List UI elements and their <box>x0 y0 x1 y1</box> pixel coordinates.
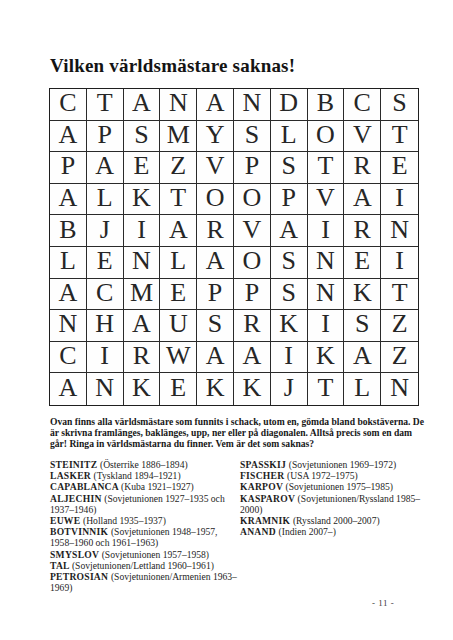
champion-entry-aljechin: ALJECHIN (Sovjetunionen 1927–1935 och 19… <box>50 493 240 515</box>
grid-cell-r5c9[interactable]: R <box>344 215 381 247</box>
grid-cell-r7c10[interactable]: T <box>381 279 418 311</box>
grid-cell-r6c1[interactable]: L <box>50 247 87 279</box>
grid-cell-r1c4[interactable]: N <box>160 89 197 121</box>
grid-cell-r8c4[interactable]: U <box>160 310 197 342</box>
grid-cell-r6c5[interactable]: A <box>197 247 234 279</box>
grid-cell-r1c1[interactable]: C <box>50 89 87 121</box>
grid-cell-r4c1[interactable]: A <box>50 184 87 216</box>
grid-cell-r1c2[interactable]: T <box>87 89 124 121</box>
champion-entry-spasskij: SPASSKIJ (Sovjetunionen 1969–1972) <box>240 459 430 470</box>
grid-cell-r9c6[interactable]: A <box>234 342 271 374</box>
champion-detail: (Sovjetunionen 1957–1958) <box>102 549 209 560</box>
grid-cell-r2c2[interactable]: P <box>87 121 124 153</box>
grid-cell-r8c3[interactable]: A <box>124 310 161 342</box>
grid-cell-r3c3[interactable]: E <box>124 152 161 184</box>
grid-cell-r5c5[interactable]: R <box>197 215 234 247</box>
champion-name: KRAMNIK <box>240 515 293 526</box>
grid-cell-r10c1[interactable]: A <box>50 373 87 405</box>
page-number: - 11 - <box>372 598 394 608</box>
grid-cell-r2c1[interactable]: A <box>50 121 87 153</box>
grid-cell-r7c1[interactable]: A <box>50 279 87 311</box>
champion-detail: (Indien 2007–) <box>279 526 336 537</box>
grid-cell-r7c3[interactable]: M <box>124 279 161 311</box>
champion-entry-fischer: FISCHER (USA 1972–1975) <box>240 470 430 481</box>
grid-cell-r7c4[interactable]: E <box>160 279 197 311</box>
grid-cell-r4c4[interactable]: T <box>160 184 197 216</box>
grid-cell-r8c2[interactable]: H <box>87 310 124 342</box>
puzzle-page: Vilken världsmästare saknas! CTANANDBCSA… <box>0 0 453 640</box>
grid-cell-r3c8[interactable]: T <box>308 152 345 184</box>
page-title: Vilken världsmästare saknas! <box>50 55 295 77</box>
champion-detail: (USA 1972–1975) <box>287 470 358 481</box>
grid-cell-r6c2[interactable]: E <box>87 247 124 279</box>
grid-cell-r3c1[interactable]: P <box>50 152 87 184</box>
grid-cell-r4c5[interactable]: O <box>197 184 234 216</box>
champion-detail: (Österrike 1886–1894) <box>100 459 188 470</box>
champion-entry-kasparov: KASPAROV (Sovjetunionen/Ryssland 1985–20… <box>240 493 430 515</box>
grid-cell-r2c10[interactable]: T <box>381 121 418 153</box>
grid-cell-r8c10[interactable]: Z <box>381 310 418 342</box>
champion-detail: (Holland 1935–1937) <box>83 515 166 526</box>
champion-detail: (Sovjetunionen 1975–1985) <box>286 481 393 492</box>
grid-cell-r1c3[interactable]: A <box>124 89 161 121</box>
grid-cell-r7c2[interactable]: C <box>87 279 124 311</box>
grid-cell-r8c5[interactable]: S <box>197 310 234 342</box>
champion-entry-capablanca: CAPABLANCA (Kuba 1921–1927) <box>50 481 240 492</box>
champion-entry-lasker: LASKER (Tyskland 1894–1921) <box>50 470 240 481</box>
grid-cell-r9c4[interactable]: W <box>160 342 197 374</box>
champion-entry-kramnik: KRAMNIK (Ryssland 2000–2007) <box>240 515 430 526</box>
champion-name: LASKER <box>50 470 94 481</box>
grid-cell-r8c8[interactable]: I <box>308 310 345 342</box>
grid-cell-r9c8[interactable]: K <box>308 342 345 374</box>
grid-cell-r9c3[interactable]: R <box>124 342 161 374</box>
grid-cell-r7c9[interactable]: K <box>344 279 381 311</box>
grid-cell-r3c4[interactable]: Z <box>160 152 197 184</box>
grid-cell-r10c5[interactable]: K <box>197 373 234 405</box>
grid-cell-r4c9[interactable]: A <box>344 184 381 216</box>
grid-cell-r3c9[interactable]: R <box>344 152 381 184</box>
grid-cell-r2c8[interactable]: O <box>308 121 345 153</box>
champions-column-right: SPASSKIJ (Sovjetunionen 1969–1972)FISCHE… <box>240 459 430 593</box>
champion-entry-botvinnik: BOTVINNIK (Sovjetunionen 1948–1957, 1958… <box>50 526 240 548</box>
grid-cell-r1c5[interactable]: A <box>197 89 234 121</box>
grid-cell-r8c6[interactable]: R <box>234 310 271 342</box>
champion-entry-euwe: EUWE (Holland 1935–1937) <box>50 515 240 526</box>
grid-cell-r9c2[interactable]: I <box>87 342 124 374</box>
grid-cell-r10c6[interactable]: K <box>234 373 271 405</box>
instructions-text: Ovan finns alla världsmästare som funnit… <box>50 416 425 450</box>
grid-cell-r4c3[interactable]: K <box>124 184 161 216</box>
grid-cell-r1c6[interactable]: N <box>234 89 271 121</box>
champion-entry-tal: TAL (Sovjetunionen/Lettland 1960–1961) <box>50 560 240 571</box>
grid-cell-r5c4[interactable]: A <box>160 215 197 247</box>
champion-entry-smyslov: SMYSLOV (Sovjetunionen 1957–1958) <box>50 549 240 560</box>
grid-cell-r5c6[interactable]: V <box>234 215 271 247</box>
grid-cell-r4c10[interactable]: I <box>381 184 418 216</box>
champions-column-left: STEINITZ (Österrike 1886–1894)LASKER (Ty… <box>50 459 240 593</box>
champions-list: STEINITZ (Österrike 1886–1894)LASKER (Ty… <box>50 459 430 593</box>
grid-cell-r6c6[interactable]: O <box>234 247 271 279</box>
champion-entry-karpov: KARPOV (Sovjetunionen 1975–1985) <box>240 481 430 492</box>
grid-cell-r1c9[interactable]: C <box>344 89 381 121</box>
grid-cell-r7c8[interactable]: N <box>308 279 345 311</box>
grid-cell-r2c9[interactable]: V <box>344 121 381 153</box>
grid-cell-r4c6[interactable]: O <box>234 184 271 216</box>
champion-name: FISCHER <box>240 470 287 481</box>
grid-cell-r2c4[interactable]: M <box>160 121 197 153</box>
grid-cell-r6c7[interactable]: S <box>271 247 308 279</box>
grid-cell-r6c9[interactable]: E <box>344 247 381 279</box>
champion-entry-steinitz: STEINITZ (Österrike 1886–1894) <box>50 459 240 470</box>
champion-name: STEINITZ <box>50 459 100 470</box>
word-search-grid: CTANANDBCSAPSMYSLOVTPAEZVPSTREALKTOOPVAI… <box>49 88 419 406</box>
grid-cell-r3c7[interactable]: S <box>271 152 308 184</box>
grid-cell-r3c6[interactable]: P <box>234 152 271 184</box>
champion-name: KASPAROV <box>240 493 298 504</box>
grid-cell-r10c8[interactable]: T <box>308 373 345 405</box>
champion-detail: (Sovjetunionen 1969–1972) <box>289 459 396 470</box>
grid-cell-r9c9[interactable]: A <box>344 342 381 374</box>
grid-cell-r7c6[interactable]: P <box>234 279 271 311</box>
grid-cell-r10c3[interactable]: K <box>124 373 161 405</box>
grid-cell-r10c2[interactable]: N <box>87 373 124 405</box>
grid-cell-r6c4[interactable]: L <box>160 247 197 279</box>
grid-cell-r9c10[interactable]: Z <box>381 342 418 374</box>
grid-cell-r5c10[interactable]: N <box>381 215 418 247</box>
grid-cell-r3c5[interactable]: V <box>197 152 234 184</box>
grid-cell-r3c10[interactable]: E <box>381 152 418 184</box>
grid-cell-r5c3[interactable]: I <box>124 215 161 247</box>
champion-name: PETROSIAN <box>50 571 111 582</box>
grid-cell-r1c8[interactable]: B <box>308 89 345 121</box>
grid-cell-r5c1[interactable]: B <box>50 215 87 247</box>
grid-cell-r5c7[interactable]: A <box>271 215 308 247</box>
champion-detail: (Tyskland 1894–1921) <box>94 470 181 481</box>
grid-cell-r10c10[interactable]: N <box>381 373 418 405</box>
grid-cell-r8c1[interactable]: N <box>50 310 87 342</box>
champion-name: CAPABLANCA <box>50 481 121 492</box>
grid-cell-r3c2[interactable]: A <box>87 152 124 184</box>
grid-cell-r2c5[interactable]: Y <box>197 121 234 153</box>
champion-name: ANAND <box>240 526 279 537</box>
champion-name: TAL <box>50 560 72 571</box>
grid-cell-r4c7[interactable]: P <box>271 184 308 216</box>
grid-cell-r2c6[interactable]: S <box>234 121 271 153</box>
champion-entry-petrosian: PETROSIAN (Sovjetunionen/Armenien 1963–1… <box>50 571 240 593</box>
grid-cell-r6c8[interactable]: N <box>308 247 345 279</box>
champion-name: SMYSLOV <box>50 549 102 560</box>
grid-cell-r1c7[interactable]: D <box>271 89 308 121</box>
grid-cell-r2c3[interactable]: S <box>124 121 161 153</box>
grid-cell-r7c5[interactable]: P <box>197 279 234 311</box>
grid-cell-r8c7[interactable]: K <box>271 310 308 342</box>
champion-name: ALJECHIN <box>50 493 104 504</box>
champion-name: EUWE <box>50 515 83 526</box>
grid-cell-r6c10[interactable]: I <box>381 247 418 279</box>
champion-entry-anand: ANAND (Indien 2007–) <box>240 526 430 537</box>
grid-cell-r6c3[interactable]: N <box>124 247 161 279</box>
champion-name: KARPOV <box>240 481 286 492</box>
grid-cell-r10c9[interactable]: L <box>344 373 381 405</box>
grid-cell-r9c7[interactable]: I <box>271 342 308 374</box>
grid-cell-r10c4[interactable]: E <box>160 373 197 405</box>
grid-cell-r4c8[interactable]: V <box>308 184 345 216</box>
champion-detail: (Sovjetunionen/Lettland 1960–1961) <box>72 560 214 571</box>
champion-name: BOTVINNIK <box>50 526 111 537</box>
grid-cell-r5c2[interactable]: J <box>87 215 124 247</box>
grid-cell-r9c5[interactable]: A <box>197 342 234 374</box>
grid-cell-r2c7[interactable]: L <box>271 121 308 153</box>
grid-cell-r4c2[interactable]: L <box>87 184 124 216</box>
champion-detail: (Kuba 1921–1927) <box>121 481 194 492</box>
grid-cell-r10c7[interactable]: J <box>271 373 308 405</box>
grid-cell-r1c10[interactable]: S <box>381 89 418 121</box>
grid-cell-r5c8[interactable]: I <box>308 215 345 247</box>
champion-detail: (Ryssland 2000–2007) <box>293 515 380 526</box>
grid-cell-r8c9[interactable]: S <box>344 310 381 342</box>
grid-cell-r9c1[interactable]: C <box>50 342 87 374</box>
champion-name: SPASSKIJ <box>240 459 289 470</box>
grid-cell-r7c7[interactable]: S <box>271 279 308 311</box>
